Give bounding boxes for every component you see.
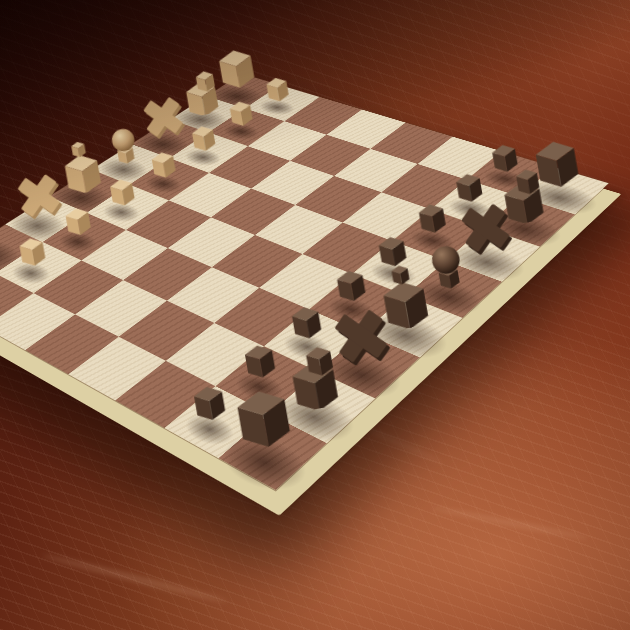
pawn-sprite: [225, 96, 258, 130]
photo-scene: [0, 0, 630, 630]
square-f2[interactable]: [42, 213, 126, 261]
queen-sprite: [101, 121, 147, 169]
bishop-sprite: [138, 90, 189, 144]
pawn-sprite: [238, 339, 282, 385]
chess-board: [0, 74, 609, 490]
pawn-sprite: [261, 73, 293, 107]
pawn-sprite: [187, 121, 221, 156]
pawn-sprite: [147, 147, 181, 183]
pawn-sprite: [104, 174, 139, 211]
rook-sprite: [225, 380, 301, 459]
king-sprite: [53, 136, 111, 197]
pawn-sprite: [331, 265, 372, 308]
bishop-sprite: [11, 167, 66, 225]
pawn-sprite: [286, 301, 328, 345]
pawn-sprite: [188, 380, 233, 427]
pawn-sprite: [413, 198, 452, 239]
table-scratch: [42, 552, 228, 605]
pawn-sprite: [14, 233, 51, 272]
table-scratch: [431, 505, 589, 541]
pawn-sprite: [60, 203, 96, 241]
